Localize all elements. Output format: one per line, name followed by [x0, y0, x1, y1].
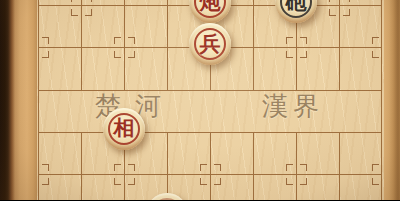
point-marker — [128, 51, 135, 58]
point-marker — [128, 37, 135, 44]
point-marker — [200, 178, 207, 185]
point-marker — [300, 51, 307, 58]
point-marker — [42, 178, 49, 185]
board-frame-left — [0, 0, 37, 200]
point-marker — [214, 178, 221, 185]
point-marker — [128, 178, 135, 185]
point-marker — [329, 9, 336, 16]
point-marker — [114, 164, 121, 171]
point-marker — [42, 37, 49, 44]
point-marker — [300, 178, 307, 185]
piece-ring: 相 — [108, 113, 140, 145]
piece-ring: 炮 — [194, 0, 226, 18]
piece-red-elephant[interactable]: 相 — [103, 108, 145, 150]
board-frame-right — [384, 0, 400, 200]
piece-ring — [151, 198, 183, 201]
point-marker — [71, 0, 78, 2]
point-marker — [286, 178, 293, 185]
point-marker — [286, 51, 293, 58]
point-marker — [85, 0, 92, 2]
point-marker — [42, 164, 49, 171]
point-marker — [300, 37, 307, 44]
piece-ring: 兵 — [194, 28, 226, 60]
point-marker — [372, 164, 379, 171]
point-marker — [343, 0, 350, 2]
point-marker — [372, 178, 379, 185]
point-marker — [85, 9, 92, 16]
piece-ring: 砲 — [280, 0, 312, 18]
point-marker — [286, 164, 293, 171]
piece-glyph: 砲 — [286, 0, 307, 13]
point-marker — [200, 164, 207, 171]
piece-red-soldier[interactable]: 兵 — [189, 23, 231, 65]
point-marker — [300, 164, 307, 171]
piece-glyph: 相 — [114, 118, 135, 139]
point-marker — [214, 164, 221, 171]
point-marker — [128, 164, 135, 171]
point-marker — [71, 9, 78, 16]
point-marker — [372, 37, 379, 44]
point-marker — [114, 178, 121, 185]
point-marker — [343, 9, 350, 16]
board-cell — [38, 90, 81, 132]
piece-glyph: 炮 — [200, 0, 221, 13]
point-marker — [329, 0, 336, 2]
point-marker — [286, 37, 293, 44]
point-marker — [114, 51, 121, 58]
point-marker — [372, 51, 379, 58]
river-label-han-jie: 漢界 — [262, 92, 324, 122]
point-marker — [42, 51, 49, 58]
piece-glyph: 兵 — [200, 34, 221, 55]
board-cell — [210, 90, 253, 132]
board-cell — [339, 90, 382, 132]
xiangqi-board-screen: 楚河 漢界 炮砲兵相 — [0, 0, 400, 200]
point-marker — [114, 37, 121, 44]
